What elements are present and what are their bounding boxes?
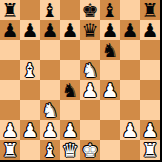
black-bishop[interactable]: ♝ xyxy=(41,0,58,20)
square-d7[interactable]: ♟ xyxy=(60,20,80,40)
square-d4[interactable]: ♞ xyxy=(60,80,80,100)
square-g7[interactable]: ♟ xyxy=(120,20,140,40)
square-c4[interactable] xyxy=(40,80,60,100)
white-pawn[interactable]: ♟ xyxy=(21,120,38,140)
black-queen[interactable]: ♛ xyxy=(81,20,98,40)
white-pawn[interactable]: ♟ xyxy=(61,120,78,140)
black-knight[interactable]: ♞ xyxy=(61,80,78,100)
square-c7[interactable]: ♟ xyxy=(40,20,60,40)
black-bishop[interactable]: ♝ xyxy=(101,0,118,20)
square-f7[interactable]: ♟ xyxy=(100,20,120,40)
white-pawn[interactable]: ♟ xyxy=(141,120,158,140)
white-pawn[interactable]: ♟ xyxy=(41,120,58,140)
square-d8[interactable] xyxy=(60,0,80,20)
black-pawn[interactable]: ♟ xyxy=(21,20,38,40)
white-queen[interactable]: ♛ xyxy=(61,140,78,160)
square-a3[interactable] xyxy=(0,100,20,120)
square-e3[interactable] xyxy=(80,100,100,120)
square-h6[interactable] xyxy=(140,40,160,60)
square-c8[interactable]: ♝ xyxy=(40,0,60,20)
square-c2[interactable]: ♟ xyxy=(40,120,60,140)
square-f5[interactable] xyxy=(100,60,120,80)
square-e8[interactable]: ♚ xyxy=(80,0,100,20)
square-a8[interactable]: ♜ xyxy=(0,0,20,20)
square-f4[interactable]: ♟ xyxy=(100,80,120,100)
square-b5[interactable]: ♝ xyxy=(20,60,40,80)
black-pawn[interactable]: ♟ xyxy=(141,20,158,40)
white-pawn[interactable]: ♟ xyxy=(1,120,18,140)
square-a7[interactable]: ♟ xyxy=(0,20,20,40)
square-h8[interactable]: ♜ xyxy=(140,0,160,20)
square-c1[interactable]: ♝ xyxy=(40,140,60,160)
black-king[interactable]: ♚ xyxy=(81,0,98,20)
black-rook[interactable]: ♜ xyxy=(1,0,18,20)
square-f2[interactable] xyxy=(100,120,120,140)
square-h2[interactable]: ♟ xyxy=(140,120,160,140)
square-b6[interactable] xyxy=(20,40,40,60)
square-b1[interactable] xyxy=(20,140,40,160)
square-g3[interactable] xyxy=(120,100,140,120)
square-g2[interactable]: ♟ xyxy=(120,120,140,140)
square-c6[interactable] xyxy=(40,40,60,60)
square-b8[interactable] xyxy=(20,0,40,20)
square-d2[interactable]: ♟ xyxy=(60,120,80,140)
square-b4[interactable] xyxy=(20,80,40,100)
chessboard-canvas: ♜♝♚♝♜♟♟♟♟♛♟♟♟♞♝♞♞♟♟♞♟♟♟♟♟♟♜♝♛♚♜ xyxy=(0,0,162,162)
square-d6[interactable] xyxy=(60,40,80,60)
square-h1[interactable]: ♜ xyxy=(140,140,160,160)
square-a6[interactable] xyxy=(0,40,20,60)
square-h4[interactable] xyxy=(140,80,160,100)
white-bishop[interactable]: ♝ xyxy=(41,140,58,160)
white-rook[interactable]: ♜ xyxy=(1,140,18,160)
square-f1[interactable] xyxy=(100,140,120,160)
square-b3[interactable] xyxy=(20,100,40,120)
white-knight[interactable]: ♞ xyxy=(41,100,58,120)
square-g4[interactable] xyxy=(120,80,140,100)
white-pawn[interactable]: ♟ xyxy=(121,120,138,140)
square-d3[interactable] xyxy=(60,100,80,120)
white-king[interactable]: ♚ xyxy=(81,140,98,160)
square-a1[interactable]: ♜ xyxy=(0,140,20,160)
black-pawn[interactable]: ♟ xyxy=(121,20,138,40)
square-g5[interactable] xyxy=(120,60,140,80)
square-c5[interactable] xyxy=(40,60,60,80)
square-g8[interactable] xyxy=(120,0,140,20)
black-rook[interactable]: ♜ xyxy=(141,0,158,20)
square-g6[interactable] xyxy=(120,40,140,60)
square-e5[interactable]: ♞ xyxy=(80,60,100,80)
black-pawn[interactable]: ♟ xyxy=(1,20,18,40)
square-b7[interactable]: ♟ xyxy=(20,20,40,40)
square-e4[interactable]: ♟ xyxy=(80,80,100,100)
square-h5[interactable] xyxy=(140,60,160,80)
square-a4[interactable] xyxy=(0,80,20,100)
black-pawn[interactable]: ♟ xyxy=(41,20,58,40)
square-f6[interactable]: ♞ xyxy=(100,40,120,60)
black-pawn[interactable]: ♟ xyxy=(101,20,118,40)
square-d1[interactable]: ♛ xyxy=(60,140,80,160)
black-knight[interactable]: ♞ xyxy=(101,40,118,60)
square-e1[interactable]: ♚ xyxy=(80,140,100,160)
square-e7[interactable]: ♛ xyxy=(80,20,100,40)
square-a5[interactable] xyxy=(0,60,20,80)
square-h3[interactable] xyxy=(140,100,160,120)
square-b2[interactable]: ♟ xyxy=(20,120,40,140)
white-rook[interactable]: ♜ xyxy=(141,140,158,160)
square-g1[interactable] xyxy=(120,140,140,160)
square-d5[interactable] xyxy=(60,60,80,80)
square-h7[interactable]: ♟ xyxy=(140,20,160,40)
chess-board: ♜♝♚♝♜♟♟♟♟♛♟♟♟♞♝♞♞♟♟♞♟♟♟♟♟♟♜♝♛♚♜ xyxy=(0,0,160,160)
white-pawn[interactable]: ♟ xyxy=(101,80,118,100)
white-knight[interactable]: ♞ xyxy=(81,60,98,80)
black-pawn[interactable]: ♟ xyxy=(61,20,78,40)
square-f3[interactable] xyxy=(100,100,120,120)
square-e6[interactable] xyxy=(80,40,100,60)
square-a2[interactable]: ♟ xyxy=(0,120,20,140)
white-pawn[interactable]: ♟ xyxy=(81,80,98,100)
white-bishop[interactable]: ♝ xyxy=(21,60,38,80)
square-e2[interactable] xyxy=(80,120,100,140)
square-c3[interactable]: ♞ xyxy=(40,100,60,120)
square-f8[interactable]: ♝ xyxy=(100,0,120,20)
